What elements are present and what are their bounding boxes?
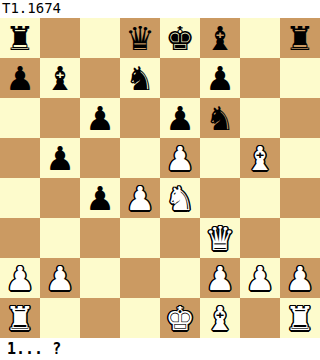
chess-board: ♜♛♚♝♜♟♝♞♟♟♟♞♟♟♝♟♟♞♛♟♟♟♟♟♜♚♝♜ xyxy=(0,18,320,338)
piece-black-rook: ♜ xyxy=(0,18,40,58)
square-d5[interactable] xyxy=(120,138,160,178)
square-a5[interactable] xyxy=(0,138,40,178)
square-h2[interactable]: ♟ xyxy=(280,258,320,298)
square-g7[interactable] xyxy=(240,58,280,98)
square-b4[interactable] xyxy=(40,178,80,218)
chess-app-window: T1.1674 ♜♛♚♝♜♟♝♞♟♟♟♞♟♟♝♟♟♞♛♟♟♟♟♟♜♚♝♜ 1..… xyxy=(0,0,320,360)
square-h1[interactable]: ♜ xyxy=(280,298,320,338)
square-c3[interactable] xyxy=(80,218,120,258)
square-h3[interactable] xyxy=(280,218,320,258)
square-f6[interactable]: ♞ xyxy=(200,98,240,138)
square-d3[interactable] xyxy=(120,218,160,258)
square-f7[interactable]: ♟ xyxy=(200,58,240,98)
square-d4[interactable]: ♟ xyxy=(120,178,160,218)
piece-white-pawn: ♟ xyxy=(200,258,240,298)
square-f5[interactable] xyxy=(200,138,240,178)
square-b5[interactable]: ♟ xyxy=(40,138,80,178)
piece-white-knight: ♞ xyxy=(160,178,200,218)
square-b1[interactable] xyxy=(40,298,80,338)
piece-white-rook: ♜ xyxy=(0,298,40,338)
square-g8[interactable] xyxy=(240,18,280,58)
square-g1[interactable] xyxy=(240,298,280,338)
square-b3[interactable] xyxy=(40,218,80,258)
move-prompt-label: 1... ? xyxy=(0,338,320,360)
square-e2[interactable] xyxy=(160,258,200,298)
square-e8[interactable]: ♚ xyxy=(160,18,200,58)
piece-black-bishop: ♝ xyxy=(200,18,240,58)
square-c2[interactable] xyxy=(80,258,120,298)
square-g5[interactable]: ♝ xyxy=(240,138,280,178)
square-e7[interactable] xyxy=(160,58,200,98)
piece-black-king: ♚ xyxy=(160,18,200,58)
square-a4[interactable] xyxy=(0,178,40,218)
square-f2[interactable]: ♟ xyxy=(200,258,240,298)
square-c5[interactable] xyxy=(80,138,120,178)
square-c1[interactable] xyxy=(80,298,120,338)
piece-white-rook: ♜ xyxy=(280,298,320,338)
piece-black-pawn: ♟ xyxy=(40,138,80,178)
piece-white-pawn: ♟ xyxy=(240,258,280,298)
piece-white-pawn: ♟ xyxy=(0,258,40,298)
piece-white-bishop: ♝ xyxy=(200,298,240,338)
square-h7[interactable] xyxy=(280,58,320,98)
square-c4[interactable]: ♟ xyxy=(80,178,120,218)
square-e1[interactable]: ♚ xyxy=(160,298,200,338)
piece-black-knight: ♞ xyxy=(200,98,240,138)
square-c7[interactable] xyxy=(80,58,120,98)
square-a7[interactable]: ♟ xyxy=(0,58,40,98)
square-g2[interactable]: ♟ xyxy=(240,258,280,298)
square-a1[interactable]: ♜ xyxy=(0,298,40,338)
piece-white-pawn: ♟ xyxy=(40,258,80,298)
square-h6[interactable] xyxy=(280,98,320,138)
square-e4[interactable]: ♞ xyxy=(160,178,200,218)
piece-white-king: ♚ xyxy=(160,298,200,338)
square-b8[interactable] xyxy=(40,18,80,58)
piece-black-knight: ♞ xyxy=(120,58,160,98)
piece-black-pawn: ♟ xyxy=(200,58,240,98)
square-g3[interactable] xyxy=(240,218,280,258)
square-b6[interactable] xyxy=(40,98,80,138)
piece-black-pawn: ♟ xyxy=(80,178,120,218)
piece-white-bishop: ♝ xyxy=(240,138,280,178)
piece-white-pawn: ♟ xyxy=(160,138,200,178)
square-a6[interactable] xyxy=(0,98,40,138)
square-d7[interactable]: ♞ xyxy=(120,58,160,98)
square-a3[interactable] xyxy=(0,218,40,258)
square-e6[interactable]: ♟ xyxy=(160,98,200,138)
square-h8[interactable]: ♜ xyxy=(280,18,320,58)
square-f1[interactable]: ♝ xyxy=(200,298,240,338)
piece-white-pawn: ♟ xyxy=(120,178,160,218)
square-d8[interactable]: ♛ xyxy=(120,18,160,58)
square-d1[interactable] xyxy=(120,298,160,338)
piece-black-rook: ♜ xyxy=(280,18,320,58)
square-h4[interactable] xyxy=(280,178,320,218)
square-h5[interactable] xyxy=(280,138,320,178)
piece-white-pawn: ♟ xyxy=(280,258,320,298)
square-f4[interactable] xyxy=(200,178,240,218)
square-d2[interactable] xyxy=(120,258,160,298)
square-g4[interactable] xyxy=(240,178,280,218)
piece-black-pawn: ♟ xyxy=(160,98,200,138)
piece-black-pawn: ♟ xyxy=(80,98,120,138)
square-d6[interactable] xyxy=(120,98,160,138)
piece-black-queen: ♛ xyxy=(120,18,160,58)
piece-white-queen: ♛ xyxy=(200,218,240,258)
square-b7[interactable]: ♝ xyxy=(40,58,80,98)
piece-black-bishop: ♝ xyxy=(40,58,80,98)
square-g6[interactable] xyxy=(240,98,280,138)
piece-black-pawn: ♟ xyxy=(0,58,40,98)
square-e5[interactable]: ♟ xyxy=(160,138,200,178)
square-f3[interactable]: ♛ xyxy=(200,218,240,258)
square-a8[interactable]: ♜ xyxy=(0,18,40,58)
square-b2[interactable]: ♟ xyxy=(40,258,80,298)
square-c6[interactable]: ♟ xyxy=(80,98,120,138)
square-a2[interactable]: ♟ xyxy=(0,258,40,298)
square-c8[interactable] xyxy=(80,18,120,58)
puzzle-id-label: T1.1674 xyxy=(0,0,320,18)
square-e3[interactable] xyxy=(160,218,200,258)
square-f8[interactable]: ♝ xyxy=(200,18,240,58)
